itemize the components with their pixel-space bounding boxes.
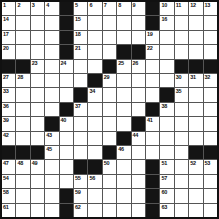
clue-number-8: 8 (118, 2, 121, 8)
black-cell-r6c5 (74, 88, 87, 101)
black-cell-r10c2 (31, 146, 44, 159)
black-cell-r8c9 (132, 117, 145, 130)
white-cell-r14c0[interactable]: 61 (2, 204, 15, 217)
white-cell-r5c2[interactable] (31, 74, 44, 87)
white-cell-r8c12[interactable] (175, 117, 188, 130)
white-cell-r12c11[interactable]: 57 (160, 175, 173, 188)
black-cell-r4c13 (189, 60, 202, 73)
white-cell-r10c10[interactable] (146, 146, 159, 159)
white-cell-r9c5[interactable] (74, 132, 87, 145)
white-cell-r7c3[interactable] (45, 103, 58, 116)
black-cell-r1c4 (60, 16, 73, 29)
clue-number-58: 58 (3, 189, 9, 195)
white-cell-r7c0[interactable]: 36 (2, 103, 15, 116)
clue-number-60: 60 (161, 189, 167, 195)
clue-number-41: 41 (147, 117, 153, 123)
white-cell-r13c12[interactable] (175, 189, 188, 202)
clue-number-43: 43 (46, 132, 52, 138)
black-cell-r11c6 (88, 160, 101, 173)
white-cell-r7c6[interactable] (88, 103, 101, 116)
white-cell-r3c11[interactable] (160, 45, 173, 58)
clue-number-26: 26 (133, 60, 139, 66)
white-cell-r7c1[interactable] (16, 103, 29, 116)
black-cell-r6c11 (160, 88, 173, 101)
clue-number-55: 55 (75, 175, 81, 181)
white-cell-r13c13[interactable] (189, 189, 202, 202)
clue-number-30: 30 (176, 74, 182, 80)
white-cell-r2c14[interactable] (204, 31, 217, 44)
clue-number-5: 5 (75, 2, 78, 8)
clue-number-34: 34 (89, 88, 95, 94)
white-cell-r12c7[interactable] (103, 175, 116, 188)
white-cell-r10c5[interactable] (74, 146, 87, 159)
white-cell-r4c4[interactable]: 24 (60, 60, 73, 73)
white-cell-r0c5[interactable]: 5 (74, 2, 87, 15)
black-cell-r8c3 (45, 117, 58, 130)
white-cell-r3c12[interactable] (175, 45, 188, 58)
clue-number-36: 36 (3, 103, 9, 109)
white-cell-r4c5[interactable] (74, 60, 87, 73)
clue-number-10: 10 (161, 2, 167, 8)
white-cell-r5c13[interactable]: 31 (189, 74, 202, 87)
clue-number-59: 59 (75, 189, 81, 195)
white-cell-r8c0[interactable]: 39 (2, 117, 15, 130)
white-cell-r14c9[interactable] (132, 204, 145, 217)
white-cell-r1c2[interactable] (31, 16, 44, 29)
black-cell-r10c1 (16, 146, 29, 159)
white-cell-r7c2[interactable] (31, 103, 44, 116)
white-cell-r5c1[interactable]: 28 (16, 74, 29, 87)
black-cell-r5c6 (88, 74, 101, 87)
black-cell-r3c9 (132, 45, 145, 58)
white-cell-r2c8[interactable] (117, 31, 130, 44)
white-cell-r12c12[interactable] (175, 175, 188, 188)
white-cell-r6c13[interactable] (189, 88, 202, 101)
white-cell-r3c13[interactable] (189, 45, 202, 58)
clue-number-2: 2 (17, 2, 20, 8)
clue-number-28: 28 (17, 74, 23, 80)
white-cell-r14c7[interactable] (103, 204, 116, 217)
white-cell-r9c6[interactable] (88, 132, 101, 145)
clue-number-50: 50 (104, 160, 110, 166)
white-cell-r9c0[interactable]: 42 (2, 132, 15, 145)
black-cell-r7c10 (146, 103, 159, 116)
black-cell-r2c4 (60, 31, 73, 44)
black-cell-r4c0 (2, 60, 15, 73)
white-cell-r13c7[interactable] (103, 189, 116, 202)
white-cell-r10c9[interactable] (132, 146, 145, 159)
clue-number-16: 16 (161, 16, 167, 22)
white-cell-r7c9[interactable] (132, 103, 145, 116)
clue-number-62: 62 (75, 204, 81, 210)
white-cell-r14c1[interactable] (16, 204, 29, 217)
white-cell-r12c2[interactable] (31, 175, 44, 188)
white-cell-r14c12[interactable] (175, 204, 188, 217)
white-cell-r6c10[interactable] (146, 88, 159, 101)
white-cell-r14c11[interactable]: 63 (160, 204, 173, 217)
clue-number-23: 23 (32, 60, 38, 66)
white-cell-r6c3[interactable] (45, 88, 58, 101)
black-cell-r0c4 (60, 2, 73, 15)
white-cell-r2c7[interactable] (103, 31, 116, 44)
white-cell-r14c14[interactable] (204, 204, 217, 217)
clue-number-11: 11 (176, 2, 181, 8)
clue-number-19: 19 (147, 31, 153, 37)
white-cell-r1c0[interactable]: 14 (2, 16, 15, 29)
white-cell-r13c2[interactable] (31, 189, 44, 202)
white-cell-r12c8[interactable] (117, 175, 130, 188)
clue-number-22: 22 (147, 45, 153, 51)
white-cell-r1c13[interactable] (189, 16, 202, 29)
white-cell-r7c7[interactable] (103, 103, 116, 116)
white-cell-r3c14[interactable] (204, 45, 217, 58)
white-cell-r1c1[interactable] (16, 16, 29, 29)
white-cell-r0c11[interactable]: 10 (160, 2, 173, 15)
white-cell-r11c12[interactable] (175, 160, 188, 173)
white-cell-r0c12[interactable]: 11 (175, 2, 188, 15)
white-cell-r3c7[interactable] (103, 45, 116, 58)
white-cell-r0c3[interactable]: 4 (45, 2, 58, 15)
white-cell-r13c1[interactable] (16, 189, 29, 202)
white-cell-r4c3[interactable] (45, 60, 58, 73)
white-cell-r6c2[interactable] (31, 88, 44, 101)
white-cell-r1c14[interactable] (204, 16, 217, 29)
white-cell-r10c12[interactable] (175, 146, 188, 159)
clue-number-24: 24 (61, 60, 67, 66)
white-cell-r6c8[interactable] (117, 88, 130, 101)
white-cell-r12c4[interactable] (60, 175, 73, 188)
white-cell-r8c1[interactable] (16, 117, 29, 130)
white-cell-r1c12[interactable] (175, 16, 188, 29)
clue-number-9: 9 (133, 2, 136, 8)
white-cell-r11c7[interactable]: 50 (103, 160, 116, 173)
white-cell-r6c1[interactable] (16, 88, 29, 101)
white-cell-r14c13[interactable] (189, 204, 202, 217)
white-cell-r9c4[interactable] (60, 132, 73, 145)
white-cell-r2c13[interactable] (189, 31, 202, 44)
clue-number-7: 7 (104, 2, 107, 8)
white-cell-r12c0[interactable]: 54 (2, 175, 15, 188)
white-cell-r11c4[interactable] (60, 160, 73, 173)
clue-number-27: 27 (3, 74, 9, 80)
white-cell-r11c1[interactable]: 48 (16, 160, 29, 173)
white-cell-r4c9[interactable]: 26 (132, 60, 145, 73)
white-cell-r12c13[interactable] (189, 175, 202, 188)
white-cell-r12c1[interactable] (16, 175, 29, 188)
clue-number-17: 17 (3, 31, 9, 37)
white-cell-r5c11[interactable] (160, 74, 173, 87)
white-cell-r9c12[interactable] (175, 132, 188, 145)
black-cell-r10c0 (2, 146, 15, 159)
clue-number-31: 31 (190, 74, 196, 80)
white-cell-r7c5[interactable]: 37 (74, 103, 87, 116)
white-cell-r11c14[interactable]: 53 (204, 160, 217, 173)
white-cell-r2c3[interactable] (45, 31, 58, 44)
white-cell-r8c6[interactable] (88, 117, 101, 130)
white-cell-r1c9[interactable] (132, 16, 145, 29)
clue-number-21: 21 (75, 45, 81, 51)
white-cell-r8c5[interactable] (74, 117, 87, 130)
white-cell-r8c10[interactable]: 41 (146, 117, 159, 130)
white-cell-r5c8[interactable] (117, 74, 130, 87)
clue-number-42: 42 (3, 132, 9, 138)
white-cell-r11c8[interactable] (117, 160, 130, 173)
white-cell-r7c8[interactable] (117, 103, 130, 116)
white-cell-r9c10[interactable] (146, 132, 159, 145)
white-cell-r6c14[interactable] (204, 88, 217, 101)
white-cell-r1c8[interactable] (117, 16, 130, 29)
white-cell-r1c5[interactable]: 15 (74, 16, 87, 29)
clue-number-15: 15 (75, 16, 81, 22)
black-cell-r13c4 (60, 189, 73, 202)
clue-number-3: 3 (32, 2, 35, 8)
clue-number-6: 6 (89, 2, 92, 8)
clue-number-14: 14 (3, 16, 9, 22)
black-cell-r4c12 (175, 60, 188, 73)
clue-number-40: 40 (61, 117, 67, 123)
white-cell-r9c11[interactable] (160, 132, 173, 145)
clue-number-29: 29 (104, 74, 110, 80)
white-cell-r11c13[interactable]: 52 (189, 160, 202, 173)
white-cell-r3c10[interactable]: 22 (146, 45, 159, 58)
white-cell-r5c9[interactable] (132, 74, 145, 87)
white-cell-r13c14[interactable] (204, 189, 217, 202)
clue-number-4: 4 (46, 2, 49, 8)
white-cell-r12c14[interactable] (204, 175, 217, 188)
white-cell-r14c5[interactable]: 62 (74, 204, 87, 217)
white-cell-r12c9[interactable] (132, 175, 145, 188)
black-cell-r4c7 (103, 60, 116, 73)
clue-number-45: 45 (46, 146, 52, 152)
white-cell-r4c8[interactable]: 25 (117, 60, 130, 73)
white-cell-r2c1[interactable] (16, 31, 29, 44)
clue-number-33: 33 (3, 88, 9, 94)
white-cell-r3c3[interactable] (45, 45, 58, 58)
clue-number-44: 44 (133, 132, 139, 138)
white-cell-r6c12[interactable]: 35 (175, 88, 188, 101)
clue-number-49: 49 (32, 160, 38, 166)
white-cell-r7c12[interactable] (175, 103, 188, 116)
white-cell-r13c11[interactable]: 60 (160, 189, 173, 202)
white-cell-r5c10[interactable] (146, 74, 159, 87)
clue-number-57: 57 (161, 175, 167, 181)
white-cell-r13c3[interactable] (45, 189, 58, 202)
white-cell-r8c2[interactable] (31, 117, 44, 130)
clue-number-13: 13 (205, 2, 211, 8)
clue-number-53: 53 (205, 160, 211, 166)
black-cell-r12c10 (146, 175, 159, 188)
white-cell-r4c11[interactable] (160, 60, 173, 73)
white-cell-r10c4[interactable] (60, 146, 73, 159)
white-cell-r0c6[interactable]: 6 (88, 2, 101, 15)
white-cell-r8c14[interactable] (204, 117, 217, 130)
white-cell-r3c5[interactable]: 21 (74, 45, 87, 58)
clue-number-1: 1 (3, 2, 6, 8)
white-cell-r14c8[interactable] (117, 204, 130, 217)
black-cell-r3c8 (117, 45, 130, 58)
white-cell-r2c6[interactable] (88, 31, 101, 44)
black-cell-r7c4 (60, 103, 73, 116)
clue-number-54: 54 (3, 175, 9, 181)
black-cell-r10c14 (204, 146, 217, 159)
white-cell-r13c5[interactable]: 59 (74, 189, 87, 202)
clue-number-12: 12 (190, 2, 196, 8)
white-cell-r2c2[interactable] (31, 31, 44, 44)
clue-number-38: 38 (161, 103, 167, 109)
clue-number-25: 25 (118, 60, 124, 66)
white-cell-r6c4[interactable] (60, 88, 73, 101)
white-cell-r2c5[interactable]: 18 (74, 31, 87, 44)
white-cell-r3c6[interactable] (88, 45, 101, 58)
white-cell-r13c0[interactable]: 58 (2, 189, 15, 202)
white-cell-r0c2[interactable]: 3 (31, 2, 44, 15)
white-cell-r2c0[interactable]: 17 (2, 31, 15, 44)
white-cell-r6c0[interactable]: 33 (2, 88, 15, 101)
clue-number-52: 52 (190, 160, 196, 166)
white-cell-r8c4[interactable]: 40 (60, 117, 73, 130)
black-cell-r10c7 (103, 146, 116, 159)
white-cell-r6c7[interactable] (103, 88, 116, 101)
white-cell-r14c2[interactable] (31, 204, 44, 217)
white-cell-r9c7[interactable] (103, 132, 116, 145)
white-cell-r8c13[interactable] (189, 117, 202, 130)
white-cell-r2c12[interactable] (175, 31, 188, 44)
white-cell-r11c2[interactable]: 49 (31, 160, 44, 173)
white-cell-r2c9[interactable] (132, 31, 145, 44)
clue-number-56: 56 (89, 175, 95, 181)
white-cell-r11c3[interactable] (45, 160, 58, 173)
white-cell-r7c14[interactable] (204, 103, 217, 116)
white-cell-r9c14[interactable] (204, 132, 217, 145)
white-cell-r0c13[interactable]: 12 (189, 2, 202, 15)
clue-number-39: 39 (3, 117, 9, 123)
white-cell-r9c3[interactable]: 43 (45, 132, 58, 145)
clue-number-48: 48 (17, 160, 23, 166)
black-cell-r10c13 (189, 146, 202, 159)
black-cell-r14c4 (60, 204, 73, 217)
white-cell-r1c6[interactable] (88, 16, 101, 29)
white-cell-r11c0[interactable]: 47 (2, 160, 15, 173)
white-cell-r13c9[interactable] (132, 189, 145, 202)
black-cell-r3c4 (60, 45, 73, 58)
white-cell-r14c6[interactable] (88, 204, 101, 217)
white-cell-r4c6[interactable] (88, 60, 101, 73)
white-cell-r0c0[interactable]: 1 (2, 2, 15, 15)
black-cell-r14c10 (146, 204, 159, 217)
white-cell-r14c3[interactable] (45, 204, 58, 217)
black-cell-r11c5 (74, 160, 87, 173)
clue-number-47: 47 (3, 160, 9, 166)
black-cell-r1c10 (146, 16, 159, 29)
white-cell-r4c2[interactable]: 23 (31, 60, 44, 73)
white-cell-r2c10[interactable]: 19 (146, 31, 159, 44)
white-cell-r5c4[interactable] (60, 74, 73, 87)
white-cell-r6c9[interactable] (132, 88, 145, 101)
black-cell-r4c1 (16, 60, 29, 73)
white-cell-r11c11[interactable]: 51 (160, 160, 173, 173)
white-cell-r10c8[interactable]: 46 (117, 146, 130, 159)
white-cell-r13c8[interactable] (117, 189, 130, 202)
white-cell-r3c1[interactable] (16, 45, 29, 58)
white-cell-r0c14[interactable]: 13 (204, 2, 217, 15)
clue-number-20: 20 (3, 45, 9, 51)
white-cell-r0c8[interactable]: 8 (117, 2, 130, 15)
black-cell-r9c8 (117, 132, 130, 145)
clue-number-37: 37 (75, 103, 81, 109)
black-cell-r11c10 (146, 160, 159, 173)
white-cell-r8c7[interactable] (103, 117, 116, 130)
white-cell-r5c5[interactable] (74, 74, 87, 87)
white-cell-r1c3[interactable] (45, 16, 58, 29)
white-cell-r9c13[interactable] (189, 132, 202, 145)
white-cell-r12c6[interactable]: 56 (88, 175, 101, 188)
clue-number-63: 63 (161, 204, 167, 210)
white-cell-r9c2[interactable] (31, 132, 44, 145)
white-cell-r8c8[interactable] (117, 117, 130, 130)
white-cell-r10c3[interactable]: 45 (45, 146, 58, 159)
white-cell-r11c9[interactable] (132, 160, 145, 173)
white-cell-r12c5[interactable]: 55 (74, 175, 87, 188)
white-cell-r0c1[interactable]: 2 (16, 2, 29, 15)
white-cell-r12c3[interactable] (45, 175, 58, 188)
white-cell-r5c0[interactable]: 27 (2, 74, 15, 87)
black-cell-r13c10 (146, 189, 159, 202)
white-cell-r5c14[interactable]: 32 (204, 74, 217, 87)
white-cell-r9c1[interactable] (16, 132, 29, 145)
white-cell-r3c2[interactable] (31, 45, 44, 58)
white-cell-r5c7[interactable]: 29 (103, 74, 116, 87)
white-cell-r0c9[interactable]: 9 (132, 2, 145, 15)
clue-number-18: 18 (75, 31, 81, 37)
white-cell-r13c6[interactable] (88, 189, 101, 202)
white-cell-r1c11[interactable]: 16 (160, 16, 173, 29)
black-cell-r4c14 (204, 60, 217, 73)
white-cell-r1c7[interactable] (103, 16, 116, 29)
clue-number-46: 46 (118, 146, 124, 152)
white-cell-r10c6[interactable] (88, 146, 101, 159)
clue-number-51: 51 (161, 160, 167, 166)
white-cell-r10c11[interactable] (160, 146, 173, 159)
crossword-grid: 1234567891011121314151617181920212223242… (0, 0, 219, 219)
white-cell-r4c10[interactable] (146, 60, 159, 73)
white-cell-r2c11[interactable] (160, 31, 173, 44)
white-cell-r7c13[interactable] (189, 103, 202, 116)
white-cell-r5c12[interactable]: 30 (175, 74, 188, 87)
white-cell-r0c7[interactable]: 7 (103, 2, 116, 15)
crossword-puzzle: 1234567891011121314151617181920212223242… (0, 0, 219, 219)
white-cell-r5c3[interactable] (45, 74, 58, 87)
white-cell-r3c0[interactable]: 20 (2, 45, 15, 58)
clue-number-32: 32 (205, 74, 211, 80)
clue-number-61: 61 (3, 204, 9, 210)
white-cell-r6c6[interactable]: 34 (88, 88, 101, 101)
black-cell-r0c10 (146, 2, 159, 15)
white-cell-r7c11[interactable]: 38 (160, 103, 173, 116)
white-cell-r9c9[interactable]: 44 (132, 132, 145, 145)
clue-number-35: 35 (176, 88, 182, 94)
white-cell-r8c11[interactable] (160, 117, 173, 130)
